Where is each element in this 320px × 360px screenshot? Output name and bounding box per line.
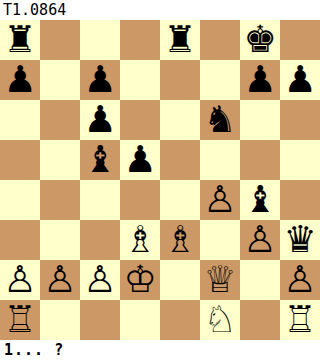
square-f8[interactable] xyxy=(200,20,240,60)
piece-white-queen: ♕ xyxy=(203,260,236,300)
piece-black-pawn: ♟ xyxy=(243,60,276,100)
square-c4[interactable] xyxy=(80,180,120,220)
square-h3[interactable]: ♛ xyxy=(280,220,320,260)
piece-white-rook: ♖ xyxy=(3,300,36,340)
square-b1[interactable] xyxy=(40,300,80,340)
square-g8[interactable]: ♚ xyxy=(240,20,280,60)
square-c5[interactable]: ♝ xyxy=(80,140,120,180)
piece-white-pawn: ♙ xyxy=(283,260,316,300)
puzzle-title: T1.0864 xyxy=(0,0,320,20)
piece-white-pawn: ♙ xyxy=(203,180,236,220)
square-f2[interactable]: ♕ xyxy=(200,260,240,300)
piece-white-bishop: ♗ xyxy=(163,220,196,260)
piece-black-rook: ♜ xyxy=(163,20,196,60)
square-g4[interactable]: ♝ xyxy=(240,180,280,220)
square-c2[interactable]: ♙ xyxy=(80,260,120,300)
square-h7[interactable]: ♟ xyxy=(280,60,320,100)
square-f3[interactable] xyxy=(200,220,240,260)
square-g6[interactable] xyxy=(240,100,280,140)
square-f5[interactable] xyxy=(200,140,240,180)
piece-white-pawn: ♙ xyxy=(83,260,116,300)
square-g1[interactable] xyxy=(240,300,280,340)
puzzle-app: T1.0864 ♜♜♚♟♟♟♟♟♞♝♟♙♝♗♗♙♛♙♙♙♔♕♙♖♘♖ 1... … xyxy=(0,0,320,360)
piece-white-bishop: ♗ xyxy=(123,220,156,260)
piece-white-pawn: ♙ xyxy=(243,220,276,260)
square-a7[interactable]: ♟ xyxy=(0,60,40,100)
square-h8[interactable] xyxy=(280,20,320,60)
square-a5[interactable] xyxy=(0,140,40,180)
square-d7[interactable] xyxy=(120,60,160,100)
square-a3[interactable] xyxy=(0,220,40,260)
square-d8[interactable] xyxy=(120,20,160,60)
square-f4[interactable]: ♙ xyxy=(200,180,240,220)
piece-black-bishop: ♝ xyxy=(243,180,276,220)
piece-black-knight: ♞ xyxy=(203,100,236,140)
piece-white-pawn: ♙ xyxy=(43,260,76,300)
square-g3[interactable]: ♙ xyxy=(240,220,280,260)
square-g2[interactable] xyxy=(240,260,280,300)
square-d3[interactable]: ♗ xyxy=(120,220,160,260)
square-e5[interactable] xyxy=(160,140,200,180)
square-a2[interactable]: ♙ xyxy=(0,260,40,300)
piece-black-pawn: ♟ xyxy=(123,140,156,180)
square-b6[interactable] xyxy=(40,100,80,140)
square-d4[interactable] xyxy=(120,180,160,220)
square-e2[interactable] xyxy=(160,260,200,300)
chess-board: ♜♜♚♟♟♟♟♟♞♝♟♙♝♗♗♙♛♙♙♙♔♕♙♖♘♖ xyxy=(0,20,320,340)
square-b2[interactable]: ♙ xyxy=(40,260,80,300)
square-b8[interactable] xyxy=(40,20,80,60)
square-e4[interactable] xyxy=(160,180,200,220)
piece-white-pawn: ♙ xyxy=(3,260,36,300)
square-f6[interactable]: ♞ xyxy=(200,100,240,140)
piece-black-king: ♚ xyxy=(243,20,276,60)
square-c7[interactable]: ♟ xyxy=(80,60,120,100)
piece-black-pawn: ♟ xyxy=(3,60,36,100)
square-g7[interactable]: ♟ xyxy=(240,60,280,100)
square-g5[interactable] xyxy=(240,140,280,180)
square-a1[interactable]: ♖ xyxy=(0,300,40,340)
move-prompt: 1... ? xyxy=(0,340,320,360)
square-a6[interactable] xyxy=(0,100,40,140)
square-c6[interactable]: ♟ xyxy=(80,100,120,140)
square-c8[interactable] xyxy=(80,20,120,60)
square-e3[interactable]: ♗ xyxy=(160,220,200,260)
square-b7[interactable] xyxy=(40,60,80,100)
piece-black-bishop: ♝ xyxy=(83,140,116,180)
square-d6[interactable] xyxy=(120,100,160,140)
square-b4[interactable] xyxy=(40,180,80,220)
square-h5[interactable] xyxy=(280,140,320,180)
square-e6[interactable] xyxy=(160,100,200,140)
square-e7[interactable] xyxy=(160,60,200,100)
square-h1[interactable]: ♖ xyxy=(280,300,320,340)
square-f1[interactable]: ♘ xyxy=(200,300,240,340)
square-d2[interactable]: ♔ xyxy=(120,260,160,300)
piece-black-pawn: ♟ xyxy=(83,60,116,100)
square-h6[interactable] xyxy=(280,100,320,140)
piece-black-queen: ♛ xyxy=(283,220,316,260)
square-a8[interactable]: ♜ xyxy=(0,20,40,60)
piece-white-king: ♔ xyxy=(123,260,156,300)
square-a4[interactable] xyxy=(0,180,40,220)
square-d5[interactable]: ♟ xyxy=(120,140,160,180)
piece-black-pawn: ♟ xyxy=(283,60,316,100)
square-h4[interactable] xyxy=(280,180,320,220)
piece-black-pawn: ♟ xyxy=(83,100,116,140)
piece-black-rook: ♜ xyxy=(3,20,36,60)
square-d1[interactable] xyxy=(120,300,160,340)
square-e8[interactable]: ♜ xyxy=(160,20,200,60)
square-c1[interactable] xyxy=(80,300,120,340)
square-b3[interactable] xyxy=(40,220,80,260)
square-f7[interactable] xyxy=(200,60,240,100)
square-e1[interactable] xyxy=(160,300,200,340)
piece-white-rook: ♖ xyxy=(283,300,316,340)
square-h2[interactable]: ♙ xyxy=(280,260,320,300)
square-b5[interactable] xyxy=(40,140,80,180)
piece-white-knight: ♘ xyxy=(203,300,236,340)
square-c3[interactable] xyxy=(80,220,120,260)
